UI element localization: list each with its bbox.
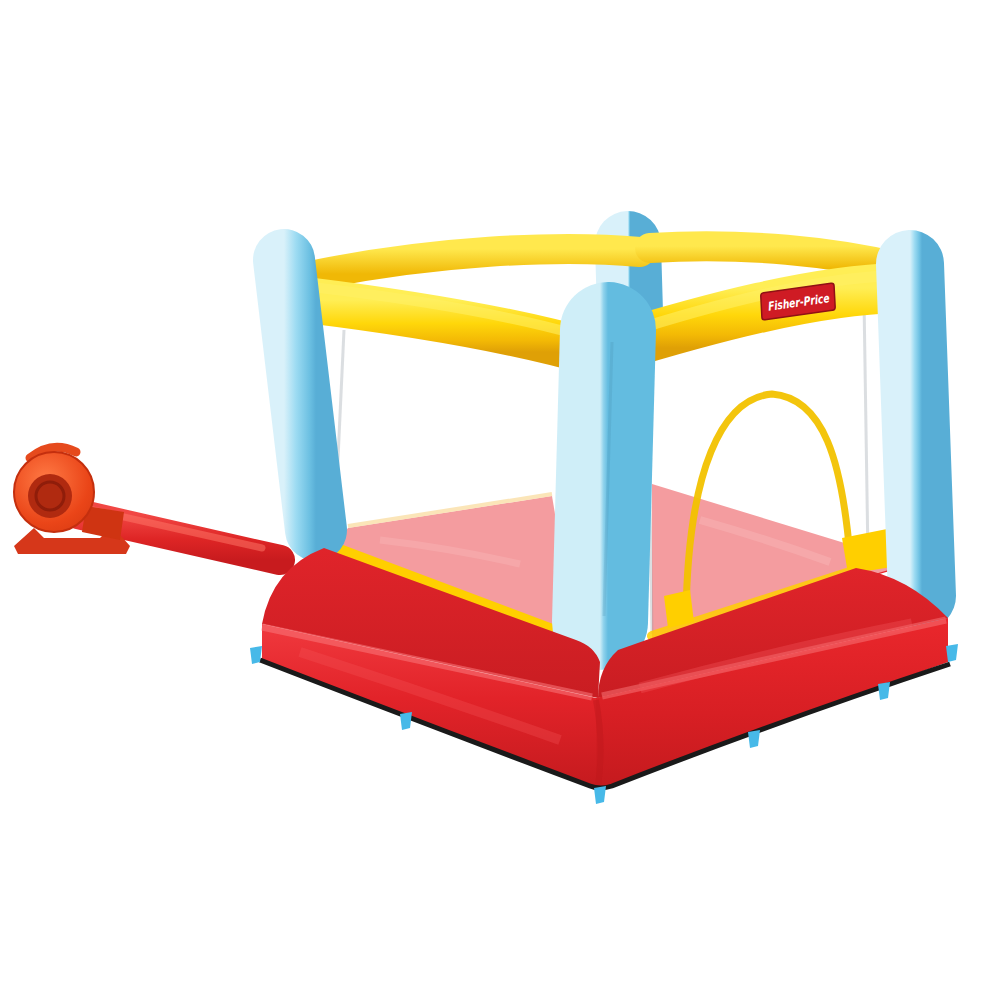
corner-post-left — [284, 260, 316, 530]
air-blower — [14, 447, 130, 554]
bounce-house: Fisher-Price — [14, 244, 958, 804]
corner-post-right — [910, 264, 922, 596]
bounce-house-illustration: Fisher-Price — [0, 0, 1000, 1000]
anchor-tab — [878, 682, 890, 700]
anchor-tab — [400, 712, 412, 730]
bounce-house-product-photo: Fisher-Price — [0, 0, 1000, 1000]
anchor-tab — [946, 644, 958, 662]
rear-beam-left — [320, 249, 640, 274]
anchor-tab — [594, 786, 606, 804]
arch-foot-wedge-left — [664, 590, 694, 628]
rear-beam-right — [650, 246, 902, 268]
anchor-tab — [748, 730, 760, 748]
